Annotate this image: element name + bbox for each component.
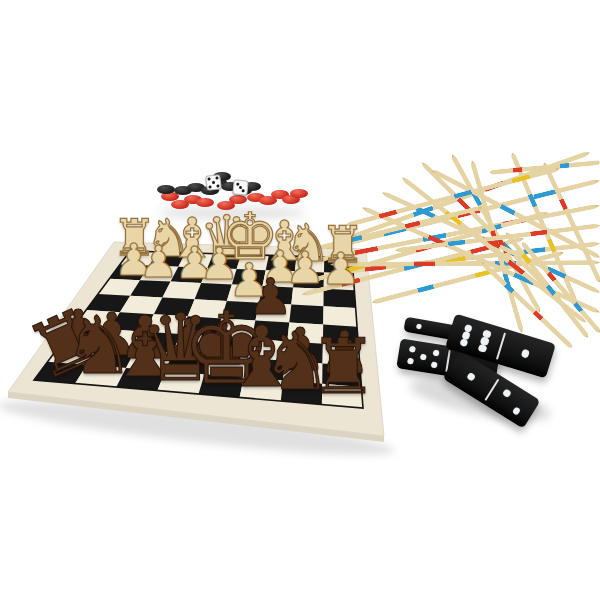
chess-board (0, 0, 600, 600)
board-square (293, 271, 324, 289)
board-square (237, 255, 269, 271)
board-square (188, 299, 227, 318)
board-square (287, 323, 323, 344)
board-square (323, 325, 359, 347)
board-square (205, 355, 248, 377)
board-square (232, 269, 266, 286)
board-square (216, 318, 255, 339)
board-square (244, 358, 285, 381)
cast-shadow (406, 370, 553, 429)
board-square (201, 268, 236, 285)
board-square (195, 283, 232, 301)
board-square (324, 273, 355, 291)
board-square (291, 287, 323, 306)
board-square (283, 361, 323, 384)
board-square (248, 339, 288, 361)
board-square (227, 285, 263, 303)
board-square (324, 289, 356, 308)
board-square (210, 337, 251, 359)
board-square (252, 321, 290, 342)
board-square (289, 305, 323, 325)
board-square (207, 254, 241, 269)
board-square (295, 256, 324, 272)
board-square (322, 364, 361, 387)
board-square (180, 316, 221, 336)
board-square (266, 255, 297, 271)
board-square (324, 257, 353, 274)
product-photo-scene: ♜♞♝♛♚♝♞♜♟♟♟♟♟♟♟♟♟♟♟♟♟♟♟♟♜♞♝♛♚♝♞♜ (0, 0, 600, 600)
board-square (323, 306, 357, 327)
board-square (255, 303, 291, 323)
board-square (259, 286, 293, 305)
cast-shadow (157, 206, 307, 220)
board-square (285, 341, 323, 363)
board-square (173, 334, 216, 355)
board-square (222, 301, 260, 321)
board-square (263, 270, 295, 287)
board-square (165, 352, 210, 374)
board-square (323, 344, 360, 367)
